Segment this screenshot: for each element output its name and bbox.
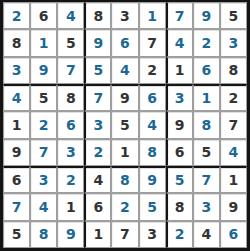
cell-r1c1[interactable]: 2 [3,2,30,29]
cell-r7c3[interactable]: 2 [57,166,84,193]
cell-r9c5[interactable]: 7 [111,221,138,248]
cell-r9c8[interactable]: 4 [193,221,220,248]
cell-r6c6[interactable]: 8 [139,139,166,166]
cell-r6c9[interactable]: 4 [220,139,247,166]
cell-r4c8[interactable]: 1 [193,84,220,111]
cell-r9c1[interactable]: 5 [3,221,30,248]
cell-r7c9[interactable]: 1 [220,166,247,193]
cell-r2c6[interactable]: 7 [139,29,166,56]
cell-r3c9[interactable]: 8 [220,57,247,84]
cell-r5c6[interactable]: 4 [139,111,166,138]
cell-r3c5[interactable]: 4 [111,57,138,84]
cell-r3c4[interactable]: 5 [84,57,111,84]
cell-r1c9[interactable]: 5 [220,2,247,29]
cell-r2c3[interactable]: 5 [57,29,84,56]
cell-r4c5[interactable]: 9 [111,84,138,111]
cell-r6c2[interactable]: 7 [30,139,57,166]
cell-r8c3[interactable]: 1 [57,193,84,220]
cell-r8c6[interactable]: 5 [139,193,166,220]
cell-r3c1[interactable]: 3 [3,57,30,84]
cell-r9c6[interactable]: 3 [139,221,166,248]
cell-r7c5[interactable]: 8 [111,166,138,193]
cell-r5c7[interactable]: 9 [166,111,193,138]
cell-r7c2[interactable]: 3 [30,166,57,193]
cell-r6c5[interactable]: 1 [111,139,138,166]
cell-r2c1[interactable]: 8 [3,29,30,56]
cell-r1c2[interactable]: 6 [30,2,57,29]
cell-r2c7[interactable]: 4 [166,29,193,56]
cell-r4c9[interactable]: 2 [220,84,247,111]
cell-r9c2[interactable]: 8 [30,221,57,248]
cell-r4c4[interactable]: 7 [84,84,111,111]
sudoku-board: 2648317958159674233975421684587963121263… [0,0,250,251]
cell-r2c8[interactable]: 2 [193,29,220,56]
cell-r3c8[interactable]: 6 [193,57,220,84]
cell-r9c9[interactable]: 6 [220,221,247,248]
cell-r4c6[interactable]: 6 [139,84,166,111]
cell-r9c3[interactable]: 9 [57,221,84,248]
cell-r2c9[interactable]: 3 [220,29,247,56]
cell-r9c4[interactable]: 1 [84,221,111,248]
cell-r1c6[interactable]: 1 [139,2,166,29]
cell-r1c5[interactable]: 3 [111,2,138,29]
cell-r2c5[interactable]: 6 [111,29,138,56]
cell-r1c8[interactable]: 9 [193,2,220,29]
cell-r5c5[interactable]: 5 [111,111,138,138]
cell-r4c2[interactable]: 5 [30,84,57,111]
cell-r7c6[interactable]: 9 [139,166,166,193]
cell-r1c3[interactable]: 4 [57,2,84,29]
cell-r7c1[interactable]: 6 [3,166,30,193]
cell-r7c8[interactable]: 7 [193,166,220,193]
cell-r1c4[interactable]: 8 [84,2,111,29]
cell-r8c5[interactable]: 2 [111,193,138,220]
cell-r6c4[interactable]: 2 [84,139,111,166]
cell-r8c2[interactable]: 4 [30,193,57,220]
cell-r5c3[interactable]: 6 [57,111,84,138]
cell-r8c9[interactable]: 9 [220,193,247,220]
cell-r1c7[interactable]: 7 [166,2,193,29]
cell-r3c2[interactable]: 9 [30,57,57,84]
cell-r6c7[interactable]: 6 [166,139,193,166]
cell-r4c7[interactable]: 3 [166,84,193,111]
cell-r3c7[interactable]: 1 [166,57,193,84]
cell-r8c1[interactable]: 7 [3,193,30,220]
cell-r6c3[interactable]: 3 [57,139,84,166]
cell-r3c6[interactable]: 2 [139,57,166,84]
cell-r4c1[interactable]: 4 [3,84,30,111]
cell-r5c9[interactable]: 7 [220,111,247,138]
cell-r5c1[interactable]: 1 [3,111,30,138]
cell-r7c4[interactable]: 4 [84,166,111,193]
cell-r9c7[interactable]: 2 [166,221,193,248]
cell-r4c3[interactable]: 8 [57,84,84,111]
cell-r3c3[interactable]: 7 [57,57,84,84]
cell-r6c8[interactable]: 5 [193,139,220,166]
cell-r5c2[interactable]: 2 [30,111,57,138]
cell-r8c8[interactable]: 3 [193,193,220,220]
cell-r5c4[interactable]: 3 [84,111,111,138]
cell-r2c2[interactable]: 1 [30,29,57,56]
cell-r7c7[interactable]: 5 [166,166,193,193]
cell-r5c8[interactable]: 8 [193,111,220,138]
cell-r2c4[interactable]: 9 [84,29,111,56]
cell-r8c7[interactable]: 8 [166,193,193,220]
cell-r8c4[interactable]: 6 [84,193,111,220]
cell-r6c1[interactable]: 9 [3,139,30,166]
